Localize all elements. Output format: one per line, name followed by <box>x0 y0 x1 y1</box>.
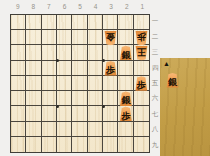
file-label-6: 6 <box>57 0 73 13</box>
piece-king-13-gote[interactable]: 王 <box>135 46 148 61</box>
file-label-1: 1 <box>135 0 151 13</box>
piece-pawn-12-gote[interactable]: 歩 <box>135 31 148 46</box>
rank-label-9: 九 <box>150 138 160 153</box>
file-label-7: 7 <box>41 0 57 13</box>
rank-label-1: 一 <box>150 14 160 29</box>
piece-layer: 金歩銀王歩歩銀歩 <box>11 15 149 152</box>
rank-label-2: 二 <box>150 29 160 44</box>
file-label-9: 9 <box>10 0 26 13</box>
file-labels: 987654321 <box>10 0 150 13</box>
file-label-8: 8 <box>26 0 42 13</box>
hand-piece-silver[interactable]: 銀 <box>166 73 179 88</box>
rank-labels: 一二三四五六七八九 <box>150 14 160 153</box>
rank-label-5: 五 <box>150 76 160 91</box>
file-label-3: 3 <box>103 0 119 13</box>
piece-silver-26-sente[interactable]: 銀 <box>119 91 132 106</box>
file-label-4: 4 <box>88 0 104 13</box>
rank-label-6: 六 <box>150 91 160 106</box>
rank-label-7: 七 <box>150 107 160 122</box>
piece-silver-23-sente[interactable]: 銀 <box>119 46 132 61</box>
shogi-board: 金歩銀王歩歩銀歩 <box>10 14 150 153</box>
piece-pawn-34-sente[interactable]: 歩 <box>104 61 117 76</box>
hand-pieces: 銀 <box>160 58 210 156</box>
rank-label-4: 四 <box>150 60 160 75</box>
piece-gold-32-gote[interactable]: 金 <box>104 31 117 46</box>
piece-pawn-15-sente[interactable]: 歩 <box>135 76 148 91</box>
rank-label-8: 八 <box>150 122 160 137</box>
shogi-diagram: 987654321 一二三四五六七八九 金歩銀王歩歩銀歩 ▲ 銀 <box>0 0 210 156</box>
file-label-5: 5 <box>72 0 88 13</box>
komadai-piece-stand[interactable]: ▲ 銀 <box>160 58 210 156</box>
file-label-2: 2 <box>119 0 135 13</box>
rank-label-3: 三 <box>150 45 160 60</box>
piece-pawn-27-sente[interactable]: 歩 <box>119 107 132 122</box>
